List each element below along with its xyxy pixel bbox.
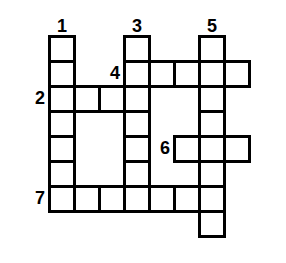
clue-number-5-down: 5 (198, 18, 226, 35)
crossword-board: 1234567 (0, 0, 286, 263)
clue-number-1-down: 1 (48, 18, 76, 35)
cell-r7-c2[interactable] (73, 185, 101, 213)
cell-r3-c1[interactable] (48, 85, 76, 113)
cell-r1-c4[interactable] (123, 35, 151, 63)
cell-r7-c6[interactable] (173, 185, 201, 213)
cell-r5-c4[interactable] (123, 135, 151, 163)
clue-number-4-across: 4 (99, 65, 120, 82)
cell-r2-c7[interactable] (198, 60, 226, 88)
cell-r7-c1[interactable] (48, 185, 76, 213)
cell-r6-c1[interactable] (48, 160, 76, 188)
cell-r4-c1[interactable] (48, 110, 76, 138)
cell-r1-c7[interactable] (198, 35, 226, 63)
cell-r7-c7[interactable] (198, 185, 226, 213)
cell-r3-c7[interactable] (198, 85, 226, 113)
cell-r7-c5[interactable] (148, 185, 176, 213)
cell-r1-c1[interactable] (48, 35, 76, 63)
clue-number-3-down: 3 (123, 18, 151, 35)
cell-r2-c1[interactable] (48, 60, 76, 88)
cell-r5-c8[interactable] (223, 135, 251, 163)
cell-r3-c4[interactable] (123, 85, 151, 113)
cell-r3-c2[interactable] (73, 85, 101, 113)
cell-r2-c6[interactable] (173, 60, 201, 88)
clue-number-2-across: 2 (24, 90, 45, 107)
cell-r8-c7[interactable] (198, 210, 226, 238)
clue-number-6-across: 6 (149, 140, 170, 157)
cell-r3-c3[interactable] (98, 85, 126, 113)
cell-r5-c7[interactable] (198, 135, 226, 163)
cell-r7-c4[interactable] (123, 185, 151, 213)
cell-r4-c7[interactable] (198, 110, 226, 138)
clue-number-7-across: 7 (24, 190, 45, 207)
cell-r7-c3[interactable] (98, 185, 126, 213)
cell-r5-c6[interactable] (173, 135, 201, 163)
cell-r6-c4[interactable] (123, 160, 151, 188)
cell-r6-c7[interactable] (198, 160, 226, 188)
cell-r5-c1[interactable] (48, 135, 76, 163)
cell-r2-c4[interactable] (123, 60, 151, 88)
cell-r4-c4[interactable] (123, 110, 151, 138)
cell-r2-c8[interactable] (223, 60, 251, 88)
cell-r2-c5[interactable] (148, 60, 176, 88)
